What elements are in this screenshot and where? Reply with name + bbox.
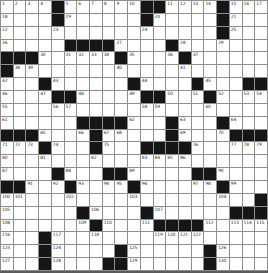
cell[interactable]: 119 [154,232,166,244]
cell[interactable]: 43 [52,78,64,90]
cell[interactable] [217,52,229,64]
cell[interactable] [255,14,267,26]
cell[interactable] [204,52,216,64]
cell[interactable]: 117 [52,232,64,244]
cell[interactable] [179,91,191,103]
cell[interactable] [217,155,229,167]
cell[interactable] [166,181,178,193]
cell[interactable]: 32 [77,52,89,64]
cell[interactable] [90,245,102,257]
cell[interactable] [52,155,64,167]
cell[interactable] [90,65,102,77]
cell[interactable] [141,65,153,77]
cell[interactable] [192,155,204,167]
cell[interactable] [154,194,166,206]
cell[interactable] [166,194,178,206]
cell[interactable] [90,104,102,116]
cell[interactable] [192,245,204,257]
cell[interactable] [166,207,178,219]
cell[interactable] [255,155,267,167]
cell[interactable] [154,78,166,90]
cell[interactable] [26,220,38,232]
cell[interactable] [26,258,38,270]
cell[interactable] [103,27,115,39]
cell[interactable] [103,232,115,244]
cell[interactable]: 77 [230,142,242,154]
cell[interactable] [255,181,267,193]
cell[interactable] [103,155,115,167]
cell[interactable] [39,194,51,206]
cell[interactable] [52,130,64,142]
cell[interactable]: 15 [230,1,242,13]
cell[interactable] [14,220,26,232]
cell[interactable] [77,14,89,26]
cell[interactable]: 113 [230,220,242,232]
cell[interactable] [14,207,26,219]
cell[interactable] [166,27,178,39]
cell[interactable] [166,78,178,90]
cell[interactable]: 71 [1,142,13,154]
cell[interactable]: 102 [65,194,77,206]
cell[interactable]: 22 [1,27,13,39]
cell[interactable] [243,232,255,244]
cell[interactable]: 53 [243,91,255,103]
cell[interactable]: 59 [154,104,166,116]
cell[interactable]: 50 [166,91,178,103]
cell[interactable]: 121 [179,232,191,244]
cell[interactable]: 34 [103,52,115,64]
cell[interactable]: 97 [192,181,204,193]
cell[interactable] [77,168,89,180]
cell[interactable]: 110 [103,220,115,232]
cell[interactable] [65,245,77,257]
cell[interactable] [52,117,64,129]
cell[interactable] [166,258,178,270]
cell[interactable] [39,65,51,77]
cell[interactable] [77,232,89,244]
cell[interactable] [90,27,102,39]
cell[interactable] [141,245,153,257]
cell[interactable]: 45 [204,78,216,90]
cell[interactable] [154,181,166,193]
cell[interactable]: 124 [52,245,64,257]
cell[interactable] [77,245,89,257]
cell[interactable] [90,14,102,26]
cell[interactable] [115,91,127,103]
cell[interactable] [128,220,140,232]
cell[interactable] [179,207,191,219]
cell[interactable] [52,220,64,232]
cell[interactable] [230,65,242,77]
cell[interactable] [230,40,242,52]
cell[interactable] [26,117,38,129]
cell[interactable]: 2 [14,1,26,13]
cell[interactable] [141,130,153,142]
cell[interactable]: 88 [65,168,77,180]
cell[interactable] [179,245,191,257]
cell[interactable] [166,14,178,26]
cell[interactable]: 1 [1,1,13,13]
cell[interactable]: 91 [26,181,38,193]
cell[interactable]: 17 [255,1,267,13]
cell[interactable] [128,104,140,116]
cell[interactable] [217,220,229,232]
cell[interactable]: 126 [217,245,229,257]
cell[interactable] [77,155,89,167]
cell[interactable]: 49 [128,91,140,103]
cell[interactable] [128,207,140,219]
cell[interactable] [217,232,229,244]
cell[interactable] [115,155,127,167]
cell[interactable] [90,168,102,180]
cell[interactable] [103,194,115,206]
cell[interactable]: 65 [39,130,51,142]
cell[interactable] [243,14,255,26]
cell[interactable]: 13 [192,1,204,13]
cell[interactable] [77,258,89,270]
cell[interactable]: 19 [65,14,77,26]
cell[interactable]: 8 [103,1,115,13]
cell[interactable] [230,194,242,206]
cell[interactable]: 62 [128,117,140,129]
cell[interactable]: 58 [141,104,153,116]
cell[interactable] [141,258,153,270]
cell[interactable] [204,207,216,219]
cell[interactable] [192,27,204,39]
cell[interactable]: 122 [192,232,204,244]
cell[interactable] [128,142,140,154]
cell[interactable] [128,155,140,167]
cell[interactable] [115,78,127,90]
cell[interactable] [179,181,191,193]
cell[interactable] [230,232,242,244]
cell[interactable]: 79 [255,142,267,154]
cell[interactable]: 20 [154,14,166,26]
cell[interactable] [128,40,140,52]
cell[interactable]: 69 [179,130,191,142]
cell[interactable]: 82 [90,155,102,167]
cell[interactable] [243,52,255,64]
cell[interactable]: 27 [115,40,127,52]
cell[interactable]: 74 [52,142,64,154]
cell[interactable]: 40 [115,65,127,77]
cell[interactable] [103,65,115,77]
cell[interactable]: 5 [65,1,77,13]
cell[interactable] [77,194,89,206]
cell[interactable] [255,168,267,180]
cell[interactable]: 23 [52,27,64,39]
cell[interactable] [154,258,166,270]
cell[interactable] [230,78,242,90]
cell[interactable] [103,207,115,219]
cell[interactable]: 48 [77,91,89,103]
cell[interactable] [243,117,255,129]
cell[interactable]: 118 [90,232,102,244]
cell[interactable]: 129 [128,258,140,270]
cell[interactable] [255,117,267,129]
cell[interactable] [179,14,191,26]
cell[interactable] [192,65,204,77]
cell[interactable] [230,258,242,270]
cell[interactable] [230,91,242,103]
cell[interactable]: 12 [179,1,191,13]
cell[interactable]: 64 [230,117,242,129]
cell[interactable] [128,130,140,142]
cell[interactable] [52,65,64,77]
cell[interactable]: 86 [179,155,191,167]
cell[interactable] [14,40,26,52]
cell[interactable]: 70 [217,130,229,142]
cell[interactable] [204,155,216,167]
cell[interactable] [255,65,267,77]
cell[interactable] [179,168,191,180]
cell[interactable]: 51 [192,91,204,103]
cell[interactable] [243,245,255,257]
cell[interactable] [26,78,38,90]
cell[interactable] [243,155,255,167]
cell[interactable] [204,142,216,154]
cell[interactable] [115,14,127,26]
cell[interactable] [115,142,127,154]
cell[interactable] [204,117,216,129]
cell[interactable] [14,78,26,90]
cell[interactable] [26,27,38,39]
cell[interactable]: 104 [217,194,229,206]
cell[interactable] [141,232,153,244]
cell[interactable] [230,155,242,167]
cell[interactable]: 41 [179,65,191,77]
cell[interactable] [77,65,89,77]
cell[interactable]: 99 [230,181,242,193]
cell[interactable] [26,232,38,244]
cell[interactable] [39,14,51,26]
cell[interactable] [255,104,267,116]
cell[interactable] [77,27,89,39]
cell[interactable]: 3 [26,1,38,13]
cell[interactable] [14,91,26,103]
cell[interactable] [65,78,77,90]
cell[interactable] [230,168,242,180]
cell[interactable] [26,194,38,206]
cell[interactable]: 30 [39,52,51,64]
cell[interactable] [141,52,153,64]
cell[interactable] [90,181,102,193]
cell[interactable] [154,65,166,77]
cell[interactable]: 28 [179,40,191,52]
cell[interactable]: 16 [243,1,255,13]
cell[interactable] [192,194,204,206]
cell[interactable]: 9 [115,1,127,13]
cell[interactable] [26,155,38,167]
cell[interactable] [77,142,89,154]
cell[interactable] [39,104,51,116]
cell[interactable] [14,155,26,167]
cell[interactable] [255,245,267,257]
cell[interactable] [26,40,38,52]
cell[interactable]: 108 [1,220,13,232]
cell[interactable] [39,168,51,180]
cell[interactable] [217,142,229,154]
cell[interactable] [26,91,38,103]
cell[interactable] [128,232,140,244]
cell[interactable] [128,65,140,77]
cell[interactable] [26,245,38,257]
cell[interactable] [14,258,26,270]
cell[interactable]: 18 [1,14,13,26]
cell[interactable] [26,14,38,26]
cell[interactable] [103,104,115,116]
cell[interactable] [115,232,127,244]
cell[interactable]: 105 [1,207,13,219]
cell[interactable] [39,207,51,219]
cell[interactable]: 85 [166,155,178,167]
cell[interactable]: 90 [217,168,229,180]
cell[interactable]: 125 [128,245,140,257]
cell[interactable]: 115 [255,220,267,232]
cell[interactable]: 114 [243,220,255,232]
cell[interactable]: 128 [52,258,64,270]
cell[interactable] [103,78,115,90]
cell[interactable] [243,65,255,77]
cell[interactable] [154,27,166,39]
cell[interactable]: 94 [103,181,115,193]
cell[interactable] [141,117,153,129]
cell[interactable]: 120 [166,232,178,244]
cell[interactable] [154,245,166,257]
cell[interactable] [90,194,102,206]
cell[interactable] [128,27,140,39]
cell[interactable] [52,207,64,219]
cell[interactable] [166,104,178,116]
cell[interactable] [179,78,191,90]
cell[interactable]: 103 [128,194,140,206]
cell[interactable] [77,78,89,90]
cell[interactable] [243,104,255,116]
cell[interactable] [192,14,204,26]
cell[interactable]: 47 [39,91,51,103]
cell[interactable] [141,168,153,180]
cell[interactable]: 57 [65,104,77,116]
cell[interactable] [243,258,255,270]
cell[interactable] [141,40,153,52]
cell[interactable]: 7 [90,1,102,13]
cell[interactable] [90,91,102,103]
cell[interactable]: 61 [1,117,13,129]
cell[interactable] [217,78,229,90]
cell[interactable]: 107 [154,207,166,219]
cell[interactable] [255,52,267,64]
cell[interactable]: 66 [77,130,89,142]
cell[interactable] [179,258,191,270]
cell[interactable] [154,40,166,52]
cell[interactable] [166,245,178,257]
cell[interactable] [14,168,26,180]
cell[interactable]: 93 [77,181,89,193]
cell[interactable] [26,104,38,116]
cell[interactable] [192,207,204,219]
cell[interactable] [52,194,64,206]
cell[interactable] [243,194,255,206]
cell[interactable] [115,27,127,39]
cell[interactable]: 63 [179,117,191,129]
cell[interactable] [204,40,216,52]
cell[interactable]: 33 [90,52,102,64]
cell[interactable]: 39 [26,65,38,77]
cell[interactable]: 14 [204,1,216,13]
cell[interactable]: 98 [204,181,216,193]
cell[interactable]: 4 [39,1,51,13]
cell[interactable]: 6 [77,1,89,13]
cell[interactable]: 38 [14,65,26,77]
cell[interactable]: 89 [128,168,140,180]
cell[interactable]: 25 [230,27,242,39]
cell[interactable] [204,65,216,77]
cell[interactable]: 29 [217,40,229,52]
cell[interactable]: 92 [52,181,64,193]
cell[interactable] [255,258,267,270]
cell[interactable] [103,245,115,257]
cell[interactable] [141,194,153,206]
cell[interactable] [179,27,191,39]
cell[interactable] [26,168,38,180]
cell[interactable]: 37 [192,52,204,64]
cell[interactable]: 24 [141,27,153,39]
cell[interactable]: 83 [141,155,153,167]
cell[interactable] [65,155,77,167]
cell[interactable]: 80 [1,155,13,167]
cell[interactable]: 127 [1,258,13,270]
cell[interactable] [192,258,204,270]
cell[interactable] [14,117,26,129]
cell[interactable] [90,258,102,270]
cell[interactable]: 75 [103,142,115,154]
cell[interactable]: 46 [1,91,13,103]
cell[interactable] [255,40,267,52]
cell[interactable]: 56 [52,104,64,116]
cell[interactable] [179,104,191,116]
cell[interactable] [14,104,26,116]
cell[interactable] [204,130,216,142]
cell[interactable] [14,27,26,39]
cell[interactable] [255,232,267,244]
cell[interactable] [77,104,89,116]
cell[interactable] [192,104,204,116]
cell[interactable]: 42 [1,78,13,90]
cell[interactable] [217,65,229,77]
cell[interactable]: 100 [1,194,13,206]
cell[interactable] [192,40,204,52]
cell[interactable]: 78 [243,142,255,154]
cell[interactable]: 36 [166,52,178,64]
cell[interactable] [14,245,26,257]
cell[interactable] [39,117,51,129]
cell[interactable] [204,14,216,26]
cell[interactable] [90,78,102,90]
cell[interactable] [204,194,216,206]
cell[interactable]: 31 [65,52,77,64]
cell[interactable] [14,232,26,244]
cell[interactable]: 44 [141,78,153,90]
cell[interactable] [154,130,166,142]
cell[interactable] [255,27,267,39]
cell[interactable] [128,14,140,26]
cell[interactable]: 84 [154,155,166,167]
cell[interactable]: 35 [128,52,140,64]
cell[interactable]: 112 [204,220,216,232]
cell[interactable] [243,181,255,193]
cell[interactable]: 116 [1,232,13,244]
cell[interactable]: 130 [217,258,229,270]
